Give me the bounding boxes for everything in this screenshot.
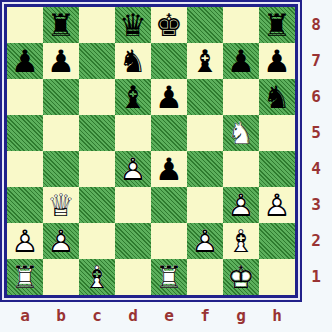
square-d2[interactable] bbox=[115, 223, 151, 259]
square-g4[interactable] bbox=[223, 151, 259, 187]
file-labels: abcdefgh bbox=[7, 300, 295, 332]
square-d1[interactable] bbox=[115, 259, 151, 295]
square-h2[interactable] bbox=[259, 223, 295, 259]
white-king: ♚♔ bbox=[223, 259, 259, 295]
black-pawn: ♟ bbox=[151, 151, 187, 187]
square-a3[interactable] bbox=[7, 187, 43, 223]
square-g5[interactable]: ♞♘ bbox=[223, 115, 259, 151]
square-h4[interactable] bbox=[259, 151, 295, 187]
square-a8[interactable] bbox=[7, 7, 43, 43]
rank-label-2: 2 bbox=[300, 223, 332, 259]
square-d3[interactable] bbox=[115, 187, 151, 223]
square-c4[interactable] bbox=[79, 151, 115, 187]
square-c3[interactable] bbox=[79, 187, 115, 223]
square-a7[interactable]: ♟ bbox=[7, 43, 43, 79]
square-c8[interactable] bbox=[79, 7, 115, 43]
square-c5[interactable] bbox=[79, 115, 115, 151]
square-h8[interactable]: ♜ bbox=[259, 7, 295, 43]
file-label-f: f bbox=[187, 300, 223, 332]
square-a6[interactable] bbox=[7, 79, 43, 115]
black-pawn: ♟ bbox=[43, 43, 79, 79]
square-h6[interactable]: ♞ bbox=[259, 79, 295, 115]
square-e8[interactable]: ♚ bbox=[151, 7, 187, 43]
white-pawn: ♟♙ bbox=[223, 187, 259, 223]
file-label-e: e bbox=[151, 300, 187, 332]
black-pawn: ♟ bbox=[259, 43, 295, 79]
square-e7[interactable] bbox=[151, 43, 187, 79]
white-pawn: ♟♙ bbox=[7, 223, 43, 259]
square-c1[interactable]: ♝♗ bbox=[79, 259, 115, 295]
black-king: ♚ bbox=[151, 7, 187, 43]
rank-label-7: 7 bbox=[300, 43, 332, 79]
file-label-g: g bbox=[223, 300, 259, 332]
square-f7[interactable]: ♝ bbox=[187, 43, 223, 79]
rank-label-5: 5 bbox=[300, 115, 332, 151]
black-rook: ♜ bbox=[259, 7, 295, 43]
square-h7[interactable]: ♟ bbox=[259, 43, 295, 79]
square-d7[interactable]: ♞ bbox=[115, 43, 151, 79]
square-a2[interactable]: ♟♙ bbox=[7, 223, 43, 259]
black-bishop: ♝ bbox=[115, 79, 151, 115]
file-label-a: a bbox=[7, 300, 43, 332]
square-b7[interactable]: ♟ bbox=[43, 43, 79, 79]
chess-board-frame: ♜♛♚♜♟♟♞♝♟♟♝♟♞♞♘♟♙♟♛♕♟♙♟♙♟♙♟♙♟♙♝♗♜♖♝♗♜♖♚♔ bbox=[0, 0, 302, 302]
rank-label-4: 4 bbox=[300, 151, 332, 187]
white-rook: ♜♖ bbox=[151, 259, 187, 295]
rank-label-1: 1 bbox=[300, 259, 332, 295]
square-h1[interactable] bbox=[259, 259, 295, 295]
square-f4[interactable] bbox=[187, 151, 223, 187]
chess-board: ♜♛♚♜♟♟♞♝♟♟♝♟♞♞♘♟♙♟♛♕♟♙♟♙♟♙♟♙♟♙♝♗♜♖♝♗♜♖♚♔ bbox=[7, 7, 295, 295]
white-pawn: ♟♙ bbox=[259, 187, 295, 223]
square-g8[interactable] bbox=[223, 7, 259, 43]
square-e5[interactable] bbox=[151, 115, 187, 151]
white-queen: ♛♕ bbox=[43, 187, 79, 223]
black-queen: ♛ bbox=[115, 7, 151, 43]
square-g7[interactable]: ♟ bbox=[223, 43, 259, 79]
square-f8[interactable] bbox=[187, 7, 223, 43]
file-label-c: c bbox=[79, 300, 115, 332]
square-e4[interactable]: ♟ bbox=[151, 151, 187, 187]
file-label-b: b bbox=[43, 300, 79, 332]
square-f2[interactable]: ♟♙ bbox=[187, 223, 223, 259]
square-b6[interactable] bbox=[43, 79, 79, 115]
square-b5[interactable] bbox=[43, 115, 79, 151]
black-bishop: ♝ bbox=[187, 43, 223, 79]
square-e3[interactable] bbox=[151, 187, 187, 223]
square-f3[interactable] bbox=[187, 187, 223, 223]
black-rook: ♜ bbox=[43, 7, 79, 43]
square-d6[interactable]: ♝ bbox=[115, 79, 151, 115]
square-b4[interactable] bbox=[43, 151, 79, 187]
square-g6[interactable] bbox=[223, 79, 259, 115]
square-d5[interactable] bbox=[115, 115, 151, 151]
rank-label-6: 6 bbox=[300, 79, 332, 115]
white-bishop: ♝♗ bbox=[223, 223, 259, 259]
white-pawn: ♟♙ bbox=[187, 223, 223, 259]
square-e1[interactable]: ♜♖ bbox=[151, 259, 187, 295]
square-a5[interactable] bbox=[7, 115, 43, 151]
square-a4[interactable] bbox=[7, 151, 43, 187]
white-pawn: ♟♙ bbox=[43, 223, 79, 259]
white-bishop: ♝♗ bbox=[79, 259, 115, 295]
rank-label-3: 3 bbox=[300, 187, 332, 223]
square-d8[interactable]: ♛ bbox=[115, 7, 151, 43]
square-b1[interactable] bbox=[43, 259, 79, 295]
square-c6[interactable] bbox=[79, 79, 115, 115]
square-e6[interactable]: ♟ bbox=[151, 79, 187, 115]
file-label-h: h bbox=[259, 300, 295, 332]
square-d4[interactable]: ♟♙ bbox=[115, 151, 151, 187]
square-g3[interactable]: ♟♙ bbox=[223, 187, 259, 223]
black-knight: ♞ bbox=[259, 79, 295, 115]
square-f5[interactable] bbox=[187, 115, 223, 151]
square-h3[interactable]: ♟♙ bbox=[259, 187, 295, 223]
black-pawn: ♟ bbox=[7, 43, 43, 79]
square-g1[interactable]: ♚♔ bbox=[223, 259, 259, 295]
square-f1[interactable] bbox=[187, 259, 223, 295]
white-pawn: ♟♙ bbox=[115, 151, 151, 187]
white-rook: ♜♖ bbox=[7, 259, 43, 295]
square-a1[interactable]: ♜♖ bbox=[7, 259, 43, 295]
square-h5[interactable] bbox=[259, 115, 295, 151]
rank-label-8: 8 bbox=[300, 7, 332, 43]
square-b2[interactable]: ♟♙ bbox=[43, 223, 79, 259]
black-knight: ♞ bbox=[115, 43, 151, 79]
square-e2[interactable] bbox=[151, 223, 187, 259]
square-c7[interactable] bbox=[79, 43, 115, 79]
black-pawn: ♟ bbox=[223, 43, 259, 79]
square-f6[interactable] bbox=[187, 79, 223, 115]
chess-board-border: ♜♛♚♜♟♟♞♝♟♟♝♟♞♞♘♟♙♟♛♕♟♙♟♙♟♙♟♙♟♙♝♗♜♖♝♗♜♖♚♔ bbox=[4, 4, 298, 298]
square-b3[interactable]: ♛♕ bbox=[43, 187, 79, 223]
square-c2[interactable] bbox=[79, 223, 115, 259]
black-pawn: ♟ bbox=[151, 79, 187, 115]
square-b8[interactable]: ♜ bbox=[43, 7, 79, 43]
square-g2[interactable]: ♝♗ bbox=[223, 223, 259, 259]
white-knight: ♞♘ bbox=[223, 115, 259, 151]
file-label-d: d bbox=[115, 300, 151, 332]
rank-labels: 87654321 bbox=[300, 7, 332, 295]
